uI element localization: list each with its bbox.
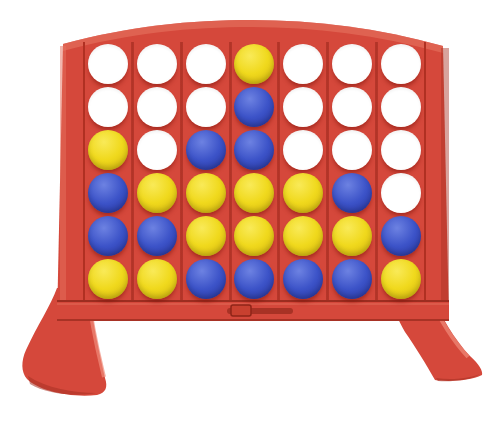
right-rail-shade: [441, 48, 449, 318]
cell-r2c5[interactable]: [279, 85, 328, 128]
release-slider-handle[interactable]: [231, 305, 251, 316]
cell-r3c1[interactable]: [84, 128, 133, 171]
cell-r5c7[interactable]: [376, 214, 425, 257]
cell-r4c5[interactable]: [279, 171, 328, 214]
cell-r4c1[interactable]: [84, 171, 133, 214]
cell-r5c3[interactable]: [181, 214, 230, 257]
empty-hole: [283, 44, 323, 84]
column-divider: [180, 42, 183, 300]
cell-r1c7[interactable]: [376, 42, 425, 85]
yellow-disc: [186, 216, 226, 256]
column-divider: [131, 42, 134, 300]
empty-hole: [137, 130, 177, 170]
cell-r1c5[interactable]: [279, 42, 328, 85]
blue-disc: [88, 216, 128, 256]
empty-hole: [381, 130, 421, 170]
cell-r6c6[interactable]: [328, 257, 377, 300]
yellow-disc: [88, 130, 128, 170]
cell-r4c4[interactable]: [230, 171, 279, 214]
cell-r5c2[interactable]: [133, 214, 182, 257]
cell-r1c1[interactable]: [84, 42, 133, 85]
cell-r5c6[interactable]: [328, 214, 377, 257]
blue-disc: [283, 259, 323, 299]
blue-disc: [88, 173, 128, 213]
yellow-disc: [234, 173, 274, 213]
column-divider: [277, 42, 280, 300]
left-rail-highlight: [60, 46, 66, 318]
cell-r6c5[interactable]: [279, 257, 328, 300]
yellow-disc: [88, 259, 128, 299]
empty-hole: [332, 87, 372, 127]
empty-hole: [332, 44, 372, 84]
yellow-disc: [186, 173, 226, 213]
cell-r4c6[interactable]: [328, 171, 377, 214]
blue-disc: [186, 259, 226, 299]
blue-disc: [234, 259, 274, 299]
empty-hole: [381, 44, 421, 84]
empty-hole: [137, 87, 177, 127]
cell-r4c7[interactable]: [376, 171, 425, 214]
board-area: [0, 0, 500, 424]
yellow-disc: [137, 259, 177, 299]
cell-r6c3[interactable]: [181, 257, 230, 300]
column-divider: [375, 42, 378, 300]
blue-disc: [332, 259, 372, 299]
blue-disc: [234, 87, 274, 127]
cell-r3c2[interactable]: [133, 128, 182, 171]
cell-r2c1[interactable]: [84, 85, 133, 128]
blue-disc: [234, 130, 274, 170]
cell-r1c4[interactable]: [230, 42, 279, 85]
cell-r5c5[interactable]: [279, 214, 328, 257]
cell-r2c2[interactable]: [133, 85, 182, 128]
empty-hole: [88, 87, 128, 127]
cell-r3c7[interactable]: [376, 128, 425, 171]
empty-hole: [283, 130, 323, 170]
cell-r1c3[interactable]: [181, 42, 230, 85]
cell-r5c4[interactable]: [230, 214, 279, 257]
cell-r4c3[interactable]: [181, 171, 230, 214]
column-divider: [326, 42, 329, 300]
blue-disc: [186, 130, 226, 170]
cell-r1c2[interactable]: [133, 42, 182, 85]
yellow-disc: [234, 216, 274, 256]
yellow-disc: [381, 259, 421, 299]
blue-disc: [332, 173, 372, 213]
empty-hole: [381, 173, 421, 213]
cell-r6c4[interactable]: [230, 257, 279, 300]
cell-r6c2[interactable]: [133, 257, 182, 300]
yellow-disc: [234, 44, 274, 84]
cell-r3c5[interactable]: [279, 128, 328, 171]
cell-r2c6[interactable]: [328, 85, 377, 128]
cell-r6c7[interactable]: [376, 257, 425, 300]
empty-hole: [283, 87, 323, 127]
cell-r4c2[interactable]: [133, 171, 182, 214]
cell-r6c1[interactable]: [84, 257, 133, 300]
cell-r3c4[interactable]: [230, 128, 279, 171]
cell-r2c3[interactable]: [181, 85, 230, 128]
blue-disc: [137, 216, 177, 256]
empty-hole: [381, 87, 421, 127]
yellow-disc: [283, 216, 323, 256]
empty-hole: [332, 130, 372, 170]
yellow-disc: [137, 173, 177, 213]
cell-r5c1[interactable]: [84, 214, 133, 257]
yellow-disc: [283, 173, 323, 213]
empty-hole: [186, 87, 226, 127]
cell-r1c6[interactable]: [328, 42, 377, 85]
cell-r2c4[interactable]: [230, 85, 279, 128]
column-divider: [229, 42, 232, 300]
cell-r3c6[interactable]: [328, 128, 377, 171]
blue-disc: [381, 216, 421, 256]
empty-hole: [186, 44, 226, 84]
empty-hole: [137, 44, 177, 84]
cell-r2c7[interactable]: [376, 85, 425, 128]
cell-r3c3[interactable]: [181, 128, 230, 171]
empty-hole: [88, 44, 128, 84]
yellow-disc: [332, 216, 372, 256]
